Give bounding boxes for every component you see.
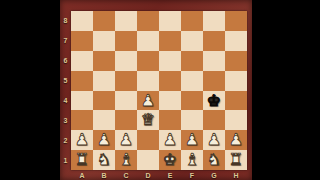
- board-frame: 87654321 ♟♚♛♟♟♟♟♟♟♟♜♞♝♚♝♞♜ ABCDEFGH: [60, 0, 252, 180]
- square-g2[interactable]: ♟: [203, 130, 225, 150]
- white-knight[interactable]: ♞: [207, 150, 221, 170]
- square-f1[interactable]: ♝: [181, 150, 203, 170]
- square-e2[interactable]: ♟: [159, 130, 181, 150]
- square-e3[interactable]: [159, 110, 181, 130]
- square-h2[interactable]: ♟: [225, 130, 247, 150]
- file-label-d: D: [137, 170, 159, 180]
- square-b2[interactable]: ♟: [93, 130, 115, 150]
- white-king[interactable]: ♚: [163, 150, 177, 170]
- white-pawn[interactable]: ♟: [141, 91, 155, 111]
- file-label-c: C: [115, 170, 137, 180]
- screenshot-stage: 87654321 ♟♚♛♟♟♟♟♟♟♟♜♞♝♚♝♞♜ ABCDEFGH: [0, 0, 320, 180]
- square-d8[interactable]: [137, 11, 159, 31]
- rank-label-8: 8: [60, 11, 71, 31]
- square-f7[interactable]: [181, 31, 203, 51]
- square-a1[interactable]: ♜: [71, 150, 93, 170]
- square-e5[interactable]: [159, 71, 181, 91]
- white-rook[interactable]: ♜: [229, 150, 243, 170]
- square-a6[interactable]: [71, 51, 93, 71]
- square-e7[interactable]: [159, 31, 181, 51]
- square-h5[interactable]: [225, 71, 247, 91]
- square-g8[interactable]: [203, 11, 225, 31]
- square-a8[interactable]: [71, 11, 93, 31]
- square-h6[interactable]: [225, 51, 247, 71]
- square-c2[interactable]: ♟: [115, 130, 137, 150]
- white-pawn[interactable]: ♟: [229, 130, 243, 150]
- square-e8[interactable]: [159, 11, 181, 31]
- square-d7[interactable]: [137, 31, 159, 51]
- file-label-b: B: [93, 170, 115, 180]
- white-knight[interactable]: ♞: [97, 150, 111, 170]
- black-king[interactable]: ♚: [207, 91, 221, 111]
- file-label-h: H: [225, 170, 247, 180]
- square-c7[interactable]: [115, 31, 137, 51]
- square-c4[interactable]: [115, 91, 137, 111]
- rank-label-4: 4: [60, 91, 71, 111]
- square-f2[interactable]: ♟: [181, 130, 203, 150]
- rank-label-2: 2: [60, 130, 71, 150]
- white-pawn[interactable]: ♟: [75, 130, 89, 150]
- square-g6[interactable]: [203, 51, 225, 71]
- square-d1[interactable]: [137, 150, 159, 170]
- chess-board[interactable]: ♟♚♛♟♟♟♟♟♟♟♜♞♝♚♝♞♜: [71, 11, 247, 170]
- square-a4[interactable]: [71, 91, 93, 111]
- file-label-g: G: [203, 170, 225, 180]
- square-d6[interactable]: [137, 51, 159, 71]
- white-rook[interactable]: ♜: [75, 150, 89, 170]
- square-f4[interactable]: [181, 91, 203, 111]
- square-f3[interactable]: [181, 110, 203, 130]
- white-pawn[interactable]: ♟: [185, 130, 199, 150]
- square-e6[interactable]: [159, 51, 181, 71]
- rank-label-3: 3: [60, 110, 71, 130]
- square-e1[interactable]: ♚: [159, 150, 181, 170]
- file-labels: ABCDEFGH: [71, 170, 247, 180]
- rank-label-7: 7: [60, 31, 71, 51]
- square-c8[interactable]: [115, 11, 137, 31]
- white-pawn[interactable]: ♟: [207, 130, 221, 150]
- square-h3[interactable]: [225, 110, 247, 130]
- white-pawn[interactable]: ♟: [163, 130, 177, 150]
- square-f8[interactable]: [181, 11, 203, 31]
- file-label-a: A: [71, 170, 93, 180]
- square-g4[interactable]: ♚: [203, 91, 225, 111]
- square-a2[interactable]: ♟: [71, 130, 93, 150]
- square-d5[interactable]: [137, 71, 159, 91]
- rank-label-5: 5: [60, 71, 71, 91]
- square-b5[interactable]: [93, 71, 115, 91]
- square-h8[interactable]: [225, 11, 247, 31]
- square-g5[interactable]: [203, 71, 225, 91]
- square-a5[interactable]: [71, 71, 93, 91]
- square-d4[interactable]: ♟: [137, 91, 159, 111]
- square-h1[interactable]: ♜: [225, 150, 247, 170]
- white-pawn[interactable]: ♟: [97, 130, 111, 150]
- square-b1[interactable]: ♞: [93, 150, 115, 170]
- square-g1[interactable]: ♞: [203, 150, 225, 170]
- square-b7[interactable]: [93, 31, 115, 51]
- file-label-f: F: [181, 170, 203, 180]
- square-d2[interactable]: [137, 130, 159, 150]
- white-pawn[interactable]: ♟: [119, 130, 133, 150]
- square-b4[interactable]: [93, 91, 115, 111]
- square-h7[interactable]: [225, 31, 247, 51]
- square-c6[interactable]: [115, 51, 137, 71]
- square-d3[interactable]: ♛: [137, 110, 159, 130]
- rank-label-1: 1: [60, 150, 71, 170]
- square-c3[interactable]: [115, 110, 137, 130]
- square-g3[interactable]: [203, 110, 225, 130]
- square-b3[interactable]: [93, 110, 115, 130]
- square-f6[interactable]: [181, 51, 203, 71]
- white-bishop[interactable]: ♝: [119, 150, 133, 170]
- white-bishop[interactable]: ♝: [185, 150, 199, 170]
- square-c1[interactable]: ♝: [115, 150, 137, 170]
- rank-labels: 87654321: [60, 11, 71, 170]
- white-queen[interactable]: ♛: [141, 110, 155, 130]
- square-g7[interactable]: [203, 31, 225, 51]
- square-a3[interactable]: [71, 110, 93, 130]
- square-f5[interactable]: [181, 71, 203, 91]
- square-e4[interactable]: [159, 91, 181, 111]
- square-c5[interactable]: [115, 71, 137, 91]
- square-a7[interactable]: [71, 31, 93, 51]
- rank-label-6: 6: [60, 51, 71, 71]
- square-b8[interactable]: [93, 11, 115, 31]
- file-label-e: E: [159, 170, 181, 180]
- square-b6[interactable]: [93, 51, 115, 71]
- square-h4[interactable]: [225, 91, 247, 111]
